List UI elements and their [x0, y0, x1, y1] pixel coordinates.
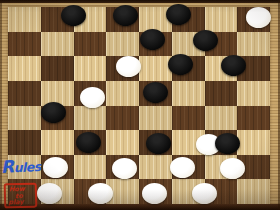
rules-link[interactable]: Rules — [1, 155, 42, 177]
checker-piece-white[interactable] — [170, 157, 195, 178]
checker-piece-black[interactable] — [41, 102, 66, 123]
checker-piece-white[interactable] — [43, 157, 68, 178]
how-to-play-link[interactable]: How to play — [4, 183, 38, 209]
checker-piece-black[interactable] — [76, 132, 101, 153]
checker-piece-black[interactable] — [221, 55, 246, 76]
checker-piece-black[interactable] — [140, 29, 165, 50]
checker-piece-white[interactable] — [88, 183, 113, 204]
checkers-app: Rules How to play — [0, 0, 280, 210]
checker-piece-white[interactable] — [246, 7, 271, 28]
checker-piece-black[interactable] — [143, 82, 168, 103]
how-to-play-line: play — [8, 199, 35, 206]
checker-piece-black[interactable] — [193, 30, 218, 51]
checker-piece-white[interactable] — [220, 158, 245, 179]
checker-piece-black[interactable] — [113, 5, 138, 26]
checker-piece-black[interactable] — [166, 4, 191, 25]
checker-piece-black[interactable] — [215, 133, 240, 154]
checker-piece-black[interactable] — [168, 54, 193, 75]
checker-piece-white[interactable] — [116, 56, 141, 77]
checker-piece-black[interactable] — [146, 133, 171, 154]
checker-piece-white[interactable] — [37, 183, 62, 204]
checker-piece-white[interactable] — [112, 158, 137, 179]
checker-piece-white[interactable] — [192, 183, 217, 204]
checker-piece-black[interactable] — [61, 5, 86, 26]
checker-piece-white[interactable] — [80, 87, 105, 108]
checker-piece-white[interactable] — [142, 183, 167, 204]
pieces-layer — [0, 0, 280, 210]
